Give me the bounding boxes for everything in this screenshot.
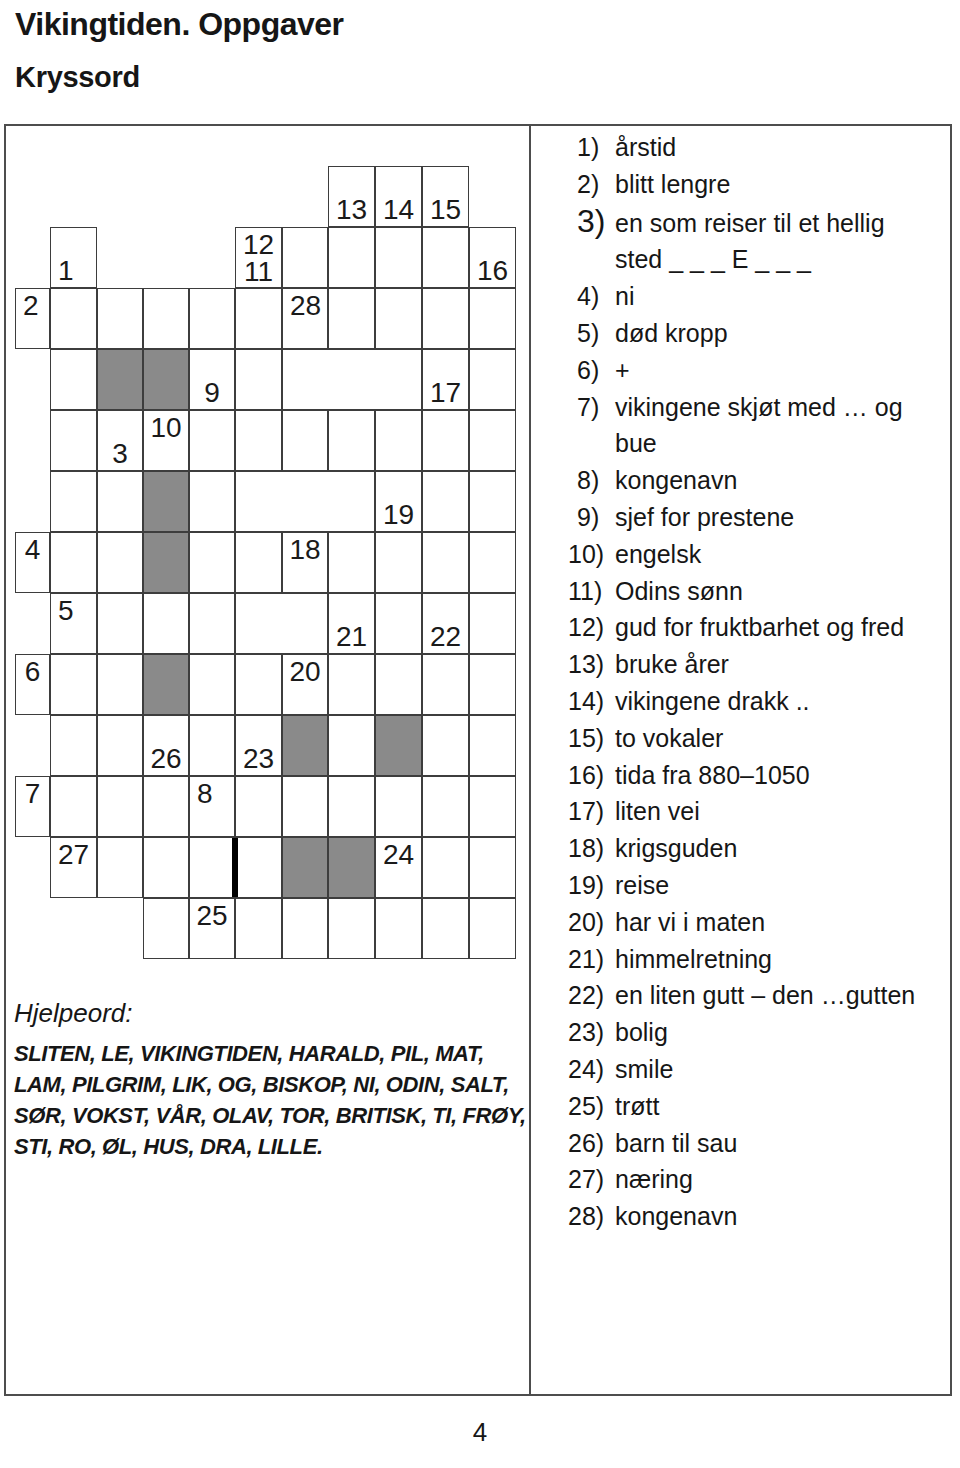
clue-text: kongenavn [615,1198,737,1235]
grid-cell-r3c5[interactable] [189,288,235,349]
grid-cell-r1c8[interactable]: 13 [328,166,375,227]
clue-16: 16)tida fra 880–1050 [568,757,950,794]
clue-number: 25) [568,1088,615,1125]
blocked-cell-r10c7 [282,715,328,776]
grid-cell-r2c11[interactable]: 16 [469,227,516,288]
merged-blank-cell-r4c7 [282,349,422,410]
clue-number: 14) [568,683,615,720]
clue-number: 19) [568,867,615,904]
clue-6: 6)+ [568,352,950,389]
grid-cell-r13c6[interactable] [235,898,282,959]
clue-number: 1) [568,129,615,166]
grid-cell-r7c10[interactable] [422,532,469,593]
helper-words-lines: SLITEN, LE, VIKINGTIDEN, HARALD, PIL, MA… [14,1038,522,1162]
clue-14: 14)vikingene drakk .. [568,683,950,720]
grid-cell-r3c3[interactable] [97,288,143,349]
clue-number: 3) [568,203,615,240]
grid-cell-r10c8[interactable] [328,715,375,776]
grid-cell-r4c5[interactable]: 9 [189,349,235,410]
grid-cell-r9c1[interactable]: 6 [15,654,50,715]
clue-number-19: 19 [376,501,421,529]
grid-cell-r5c11[interactable] [469,410,516,471]
grid-cell-r12c11[interactable] [469,837,516,898]
grid-cell-r6c3[interactable] [97,471,143,532]
clue-number-3: 3 [98,440,142,468]
clue-number: 12) [568,609,615,646]
clue-number-5: 5 [51,597,96,625]
helper-words-line-2: LAM, PILGRIM, LIK, OG, BISKOP, NI, ODIN,… [14,1069,522,1100]
helper-words-label: Hjelpeord: [14,998,522,1029]
clue-24: 24)smile [568,1051,950,1088]
clue-number: 8) [568,462,615,499]
clue-text: vikingene skjøt med … ogbue [615,389,903,463]
grid-cell-r11c1[interactable]: 7 [15,776,50,837]
helper-words-line-3: SØR, VOKST, VÅR, OLAV, TOR, BRITISK, TI,… [14,1100,522,1131]
grid-cell-r8c9[interactable] [375,593,422,654]
clue-text: har vi i maten [615,904,765,941]
helper-words-line-1: SLITEN, LE, VIKINGTIDEN, HARALD, PIL, MA… [14,1038,522,1069]
grid-cell-r7c3[interactable] [97,532,143,593]
clue-text: bruke årer [615,646,729,683]
grid-cell-r11c11[interactable] [469,776,516,837]
clue-number-28: 28 [283,292,327,320]
grid-cell-r3c2[interactable] [50,288,97,349]
grid-cell-r2c8[interactable] [328,227,375,288]
clue-27: 27)næring [568,1161,950,1198]
grid-cell-r2c6[interactable]: 1211 [235,227,282,288]
grid-cell-r5c2[interactable] [50,410,97,471]
clue-text: to vokaler [615,720,723,757]
clue-number: 17) [568,793,615,830]
grid-cell-r2c9[interactable] [375,227,422,288]
clue-number-24: 24 [376,841,421,869]
clue-number: 24) [568,1051,615,1088]
clue-text: årstid [615,129,676,166]
grid-cell-r9c8[interactable] [328,654,375,715]
clue-number: 18) [568,830,615,867]
clue-number: 11) [568,573,615,610]
word-divider-bar [232,838,238,897]
clue-number-14: 14 [376,196,421,224]
grid-cell-r3c4[interactable] [143,288,189,349]
grid-cell-r8c10[interactable]: 22 [422,593,469,654]
clue-2: 2)blitt lengre [568,166,950,203]
clue-number-10: 10 [144,414,188,442]
clue-number-8: 8 [190,780,234,808]
grid-cell-r2c2[interactable]: 1 [50,227,97,288]
blocked-cell-r10c9 [375,715,422,776]
grid-cell-r3c11[interactable] [469,288,516,349]
grid-cell-r12c6[interactable] [235,837,282,898]
clue-23: 23)bolig [568,1014,950,1051]
grid-cell-r11c2[interactable] [50,776,97,837]
grid-cell-r13c8[interactable] [328,898,375,959]
blocked-cell-r12c8 [328,837,375,898]
clue-number: 22) [568,977,615,1014]
clue-text: sjef for prestene [615,499,794,536]
grid-cell-r1c9[interactable]: 14 [375,166,422,227]
clue-text: tida fra 880–1050 [615,757,810,794]
clue-text: gud for fruktbarhet og fred [615,609,904,646]
clue-number: 10) [568,536,615,573]
grid-cell-r10c11[interactable] [469,715,516,776]
clue-9: 9)sjef for prestene [568,499,950,536]
worksheet-page: Vikingtiden. Oppgaver Kryssord 131415112… [0,0,960,1468]
section-title-kryssord: Kryssord [15,61,140,94]
grid-cell-r9c3[interactable] [97,654,143,715]
clue-number: 4) [568,278,615,315]
grid-cell-r11c9[interactable] [375,776,422,837]
helper-words-line-4: STI, RO, ØL, HUS, DRA, LILLE. [14,1131,522,1162]
grid-cell-r11c6[interactable] [235,776,282,837]
grid-cell-r11c10[interactable] [422,776,469,837]
grid-cell-r6c11[interactable] [469,471,516,532]
clue-text: en som reiser til et helligsted _ _ _ E … [615,205,885,279]
clue-number-25: 25 [190,902,234,930]
grid-cell-r8c11[interactable] [469,593,516,654]
clue-number-18: 18 [283,536,327,564]
merged-blank-cell-r6c6 [235,471,375,532]
clue-number-1: 1 [51,257,96,285]
clue-text: + [615,352,630,389]
clue-number-13: 13 [329,196,374,224]
grid-cell-r6c9[interactable]: 19 [375,471,422,532]
clue-number: 13) [568,646,615,683]
grid-cell-r6c5[interactable] [189,471,235,532]
grid-cell-r13c11[interactable] [469,898,516,959]
grid-cell-r11c5[interactable]: 8 [189,776,235,837]
clue-text: død kropp [615,315,728,352]
grid-cell-r2c10[interactable] [422,227,469,288]
blocked-cell-r7c4 [143,532,189,593]
grid-cell-r6c2[interactable] [50,471,97,532]
grid-cell-r12c9[interactable]: 24 [375,837,422,898]
clue-text: himmelretning [615,941,772,978]
clue-4: 4)ni [568,278,950,315]
grid-cell-r13c7[interactable] [282,898,328,959]
grid-cell-r9c11[interactable] [469,654,516,715]
clue-number: 27) [568,1161,615,1198]
grid-cell-r10c2[interactable] [50,715,97,776]
grid-cell-r5c4[interactable]: 10 [143,410,189,471]
clue-list: 1)årstid2)blitt lengre3)en som reiser ti… [568,129,950,1235]
grid-cell-r3c8[interactable] [328,288,375,349]
clue-7: 7)vikingene skjøt med … ogbue [568,389,950,463]
grid-cell-r2c7[interactable] [282,227,328,288]
grid-cell-r7c8[interactable] [328,532,375,593]
clue-number: 23) [568,1014,615,1051]
clue-number-16: 16 [470,257,515,285]
grid-cell-r10c10[interactable] [422,715,469,776]
clue-12: 12)gud for fruktbarhet og fred [568,609,950,646]
grid-cell-r4c2[interactable] [50,349,97,410]
clue-26: 26)barn til sau [568,1125,950,1162]
clue-20: 20)har vi i maten [568,904,950,941]
grid-cell-r13c4[interactable] [143,898,189,959]
helper-words-block: Hjelpeord: SLITEN, LE, VIKINGTIDEN, HARA… [14,998,522,1162]
page-number: 4 [0,1417,960,1448]
clue-number-15: 15 [423,196,468,224]
clue-number-20: 20 [283,658,327,686]
clue-number: 15) [568,720,615,757]
clue-5: 5)død kropp [568,315,950,352]
blocked-cell-r4c4 [143,349,189,410]
clue-13: 13)bruke årer [568,646,950,683]
grid-cell-r7c5[interactable] [189,532,235,593]
clue-25: 25)trøtt [568,1088,950,1125]
grid-cell-r7c11[interactable] [469,532,516,593]
grid-cell-r12c2[interactable]: 27 [50,837,97,898]
grid-cell-r10c5[interactable] [189,715,235,776]
clue-number: 26) [568,1125,615,1162]
grid-cell-r8c2[interactable]: 5 [50,593,97,654]
clue-10: 10)engelsk [568,536,950,573]
clue-11: 11)Odins sønn [568,573,950,610]
grid-cell-r8c8[interactable]: 21 [328,593,375,654]
grid-cell-r7c7[interactable]: 18 [282,532,328,593]
grid-cell-r12c4[interactable] [143,837,189,898]
grid-cell-r9c5[interactable] [189,654,235,715]
clue-number-22: 22 [423,623,468,651]
clue-number-21: 21 [329,623,374,651]
clue-15: 15)to vokaler [568,720,950,757]
grid-cell-r11c8[interactable] [328,776,375,837]
grid-cell-r5c9[interactable] [375,410,422,471]
grid-cell-r10c6[interactable]: 23 [235,715,282,776]
grid-cell-r3c1[interactable]: 2 [15,288,50,349]
grid-cell-r7c2[interactable] [50,532,97,593]
clue-text: engelsk [615,536,701,573]
grid-cell-r8c3[interactable] [97,593,143,654]
clue-text: Odins sønn [615,573,743,610]
panel-divider-line [529,124,531,1396]
clue-18: 18)krigsguden [568,830,950,867]
clue-number-17: 17 [423,379,468,407]
grid-cell-r3c7[interactable]: 28 [282,288,328,349]
clue-number-23: 23 [236,745,281,773]
blocked-cell-r9c4 [143,654,189,715]
grid-cell-r9c7[interactable]: 20 [282,654,328,715]
clue-text: smile [615,1051,673,1088]
clue-numbers-12-11: 1211 [236,228,281,287]
grid-cell-r12c5[interactable] [189,837,235,898]
clue-1: 1)årstid [568,129,950,166]
grid-cell-r6c10[interactable] [422,471,469,532]
clue-text: bolig [615,1014,668,1051]
grid-cell-r3c6[interactable] [235,288,282,349]
clue-number: 7) [568,389,615,426]
grid-cell-r5c6[interactable] [235,410,282,471]
grid-cell-r11c7[interactable] [282,776,328,837]
grid-cell-r3c10[interactable] [422,288,469,349]
grid-cell-r9c6[interactable] [235,654,282,715]
clue-text: krigsguden [615,830,737,867]
clue-text: blitt lengre [615,166,730,203]
clue-number-9: 9 [190,379,234,407]
clue-number: 21) [568,941,615,978]
grid-cell-r12c10[interactable] [422,837,469,898]
clue-8: 8)kongenavn [568,462,950,499]
clue-number: 16) [568,757,615,794]
clue-number-4: 4 [16,536,49,564]
blocked-cell-r6c4 [143,471,189,532]
grid-cell-r3c9[interactable] [375,288,422,349]
grid-cell-r5c10[interactable] [422,410,469,471]
grid-cell-r4c6[interactable] [235,349,282,410]
grid-cell-r1c10[interactable]: 15 [422,166,469,227]
grid-cell-r7c9[interactable] [375,532,422,593]
grid-cell-r5c5[interactable] [189,410,235,471]
grid-cell-r9c2[interactable] [50,654,97,715]
clue-number-7: 7 [16,780,49,808]
clue-number-26: 26 [144,745,188,773]
crossword-grid: 1314151121116228917310194185212262026237… [15,166,516,959]
clue-number: 9) [568,499,615,536]
grid-cell-r10c4[interactable]: 26 [143,715,189,776]
clue-19: 19)reise [568,867,950,904]
clue-number: 6) [568,352,615,389]
grid-cell-r8c4[interactable] [143,593,189,654]
clue-text: vikingene drakk .. [615,683,810,720]
clue-number: 28) [568,1198,615,1235]
grid-cell-r4c11[interactable] [469,349,516,410]
clue-text: næring [615,1161,693,1198]
clue-28: 28)kongenavn [568,1198,950,1235]
clue-text: liten vei [615,793,700,830]
grid-cell-r12c3[interactable] [97,837,143,898]
grid-cell-r5c7[interactable] [282,410,328,471]
clue-text: en liten gutt – den …gutten [615,977,915,1014]
grid-cell-r7c6[interactable] [235,532,282,593]
grid-cell-r9c10[interactable] [422,654,469,715]
clue-number: 2) [568,166,615,203]
clue-3: 3)en som reiser til et helligsted _ _ _ … [568,203,950,279]
grid-cell-r7c1[interactable]: 4 [15,532,50,593]
clue-text: ni [615,278,634,315]
clue-number-6: 6 [16,658,49,686]
clue-number: 5) [568,315,615,352]
blocked-cell-r12c7 [282,837,328,898]
grid-cell-r8c5[interactable] [189,593,235,654]
grid-cell-r5c3[interactable]: 3 [97,410,143,471]
clue-number-2: 2 [16,292,49,320]
grid-cell-r11c3[interactable] [97,776,143,837]
grid-cell-r10c3[interactable] [97,715,143,776]
page-title: Vikingtiden. Oppgaver [15,6,344,43]
blocked-cell-r4c3 [97,349,143,410]
clue-22: 22)en liten gutt – den …gutten [568,977,950,1014]
clue-text: barn til sau [615,1125,737,1162]
merged-blank-cell-r8c6 [235,593,328,654]
clue-number: 20) [568,904,615,941]
grid-cell-r11c4[interactable] [143,776,189,837]
clue-text: trøtt [615,1088,659,1125]
clue-number-27: 27 [51,841,96,869]
grid-cell-r13c9[interactable] [375,898,422,959]
grid-cell-r5c8[interactable] [328,410,375,471]
clue-text: reise [615,867,669,904]
grid-cell-r4c10[interactable]: 17 [422,349,469,410]
grid-cell-r9c9[interactable] [375,654,422,715]
clue-text: kongenavn [615,462,737,499]
clue-21: 21)himmelretning [568,941,950,978]
grid-cell-r13c10[interactable] [422,898,469,959]
grid-cell-r13c5[interactable]: 25 [189,898,235,959]
clue-17: 17)liten vei [568,793,950,830]
